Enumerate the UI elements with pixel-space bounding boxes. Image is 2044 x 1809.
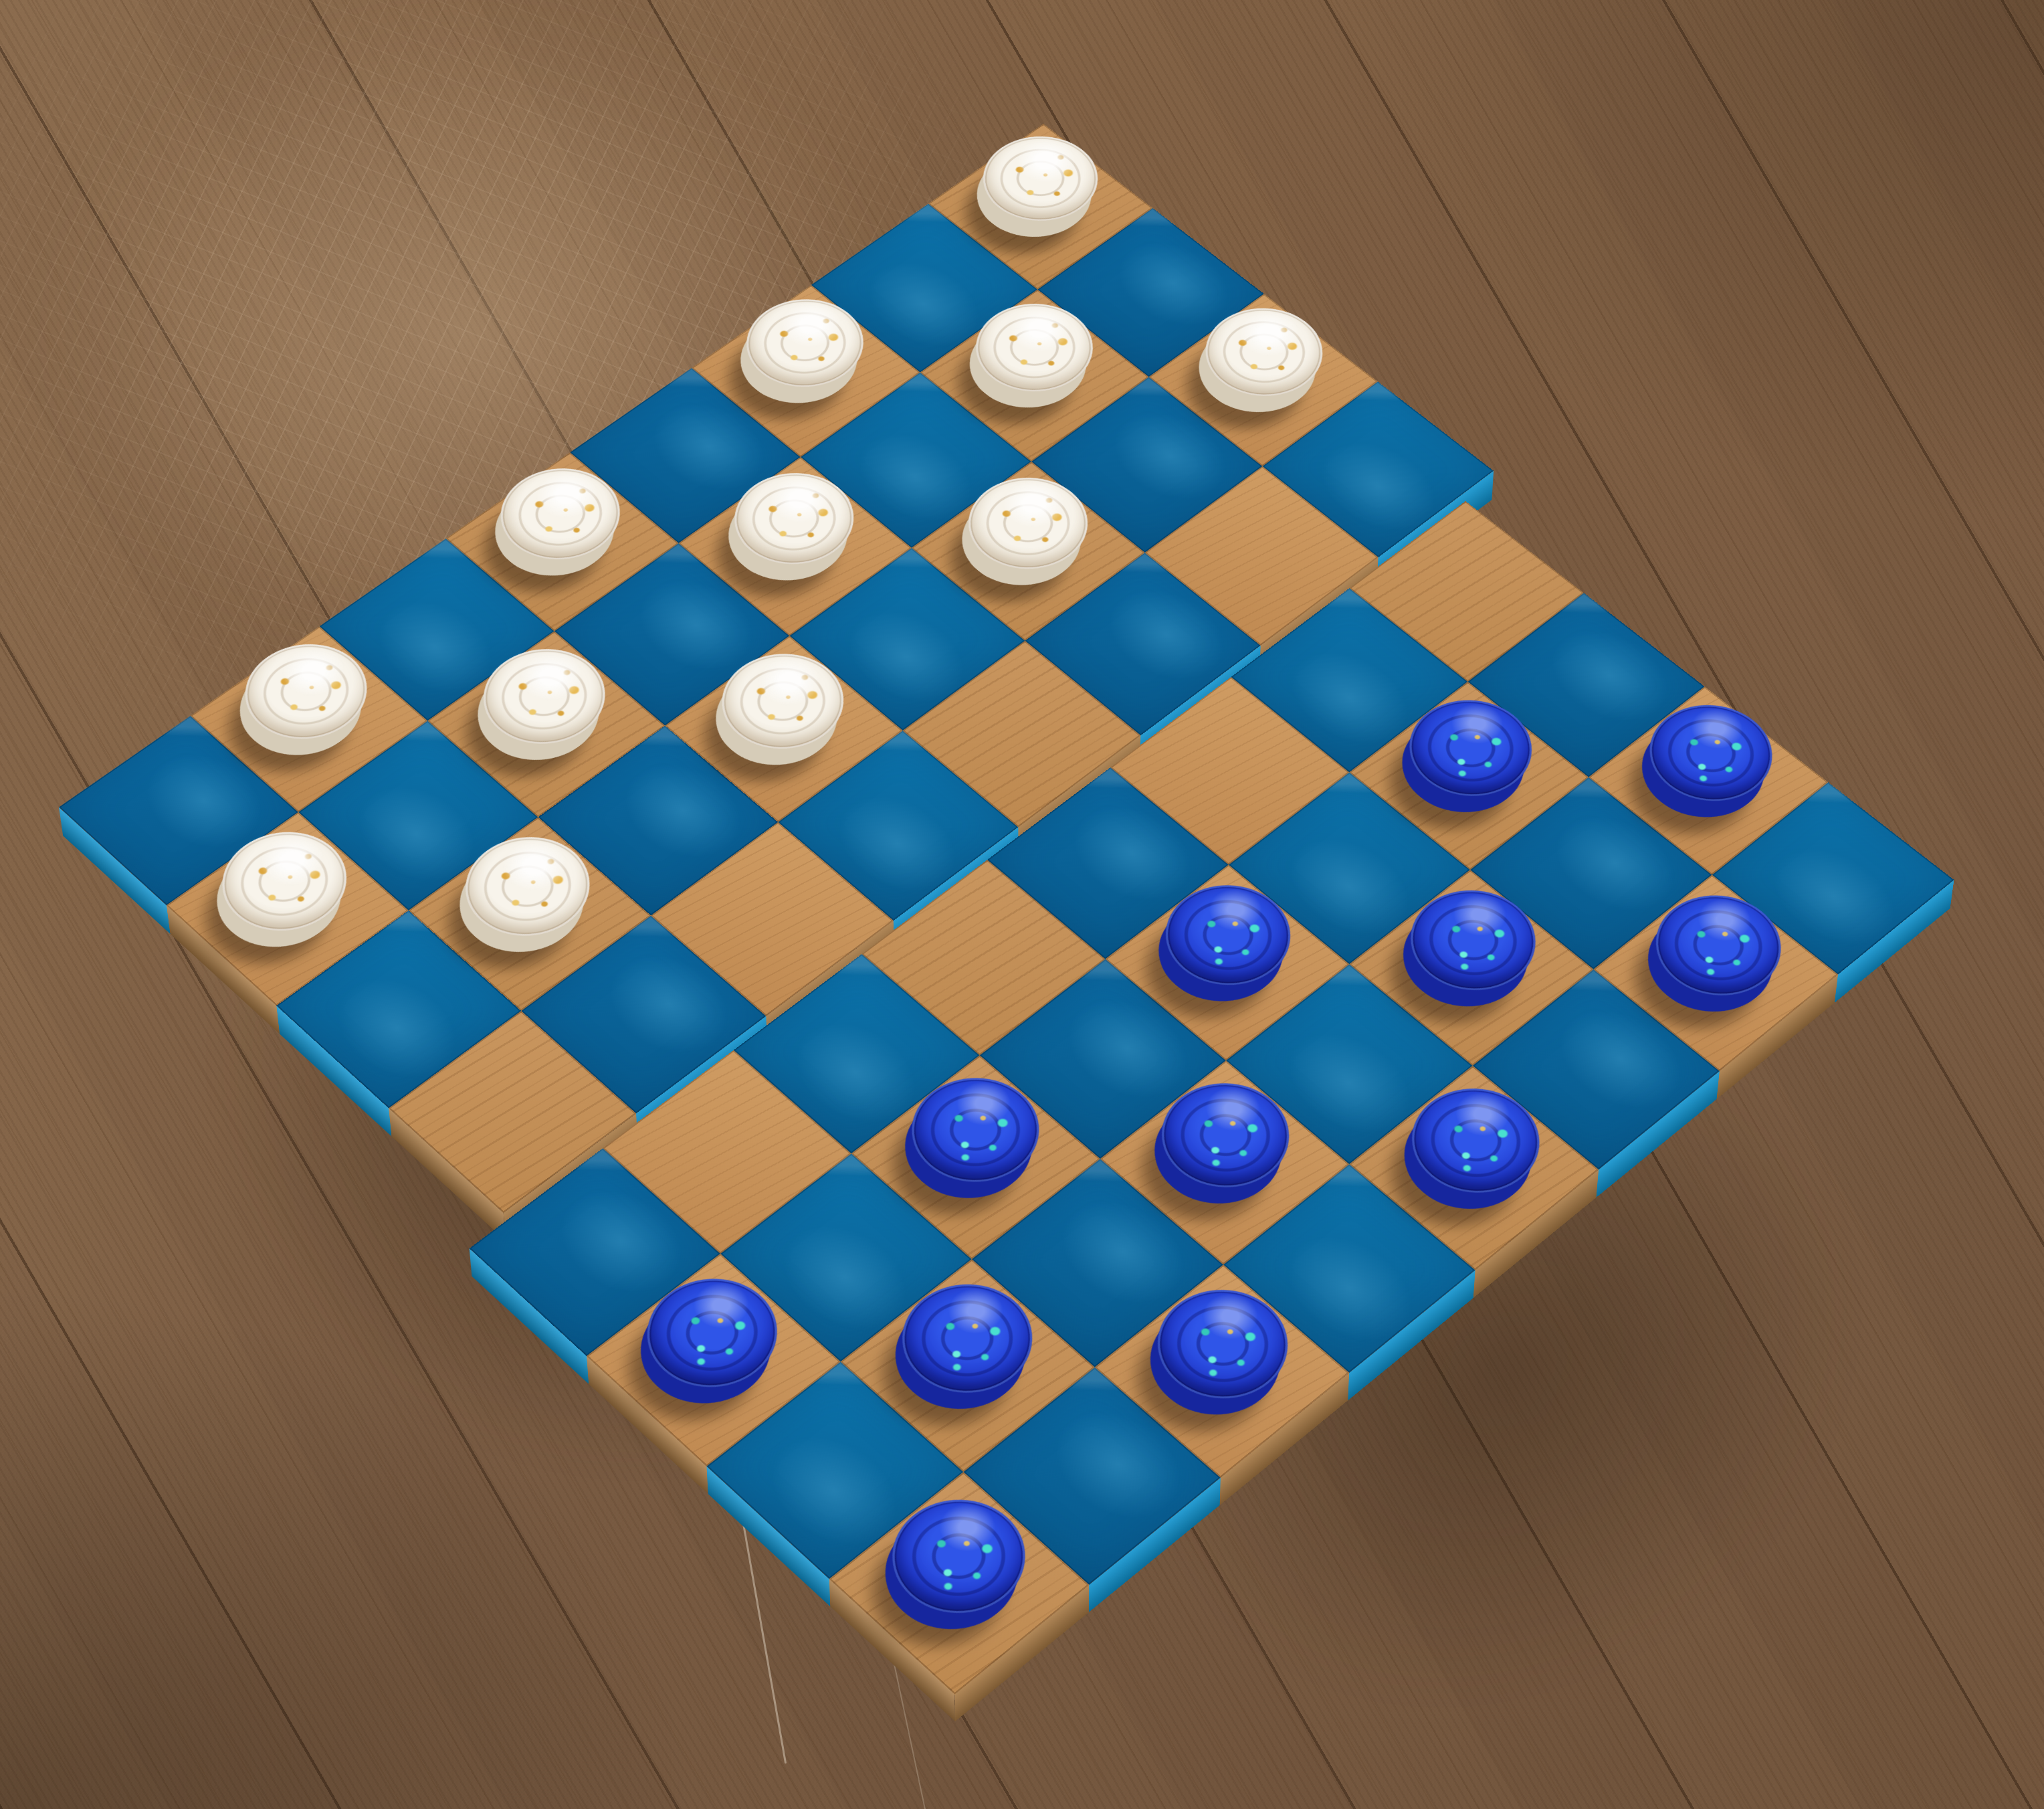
photo-canvas: Standard checkers starting position	[0, 0, 2044, 1809]
